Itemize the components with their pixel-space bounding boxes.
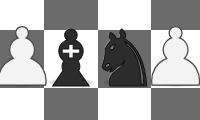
white-pawn: ♟ [140,18,200,98]
square-r2c4[interactable]: ♟ [151,30,200,88]
chessboard: ♟ ♝ ♞ ♟ [0,0,200,120]
